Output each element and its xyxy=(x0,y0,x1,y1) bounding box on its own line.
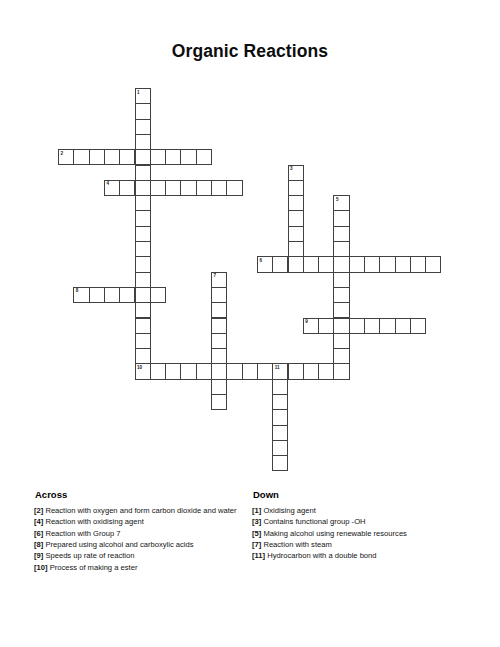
grid-cell[interactable]: 9 xyxy=(303,318,319,334)
grid-cell[interactable] xyxy=(104,149,120,165)
grid-cell[interactable] xyxy=(272,455,288,471)
down-clues-section: Down [1] Oxidising agent[3] Contains fun… xyxy=(252,489,468,562)
grid-cell[interactable] xyxy=(288,180,304,196)
grid-cell[interactable] xyxy=(272,256,288,272)
grid-cell[interactable] xyxy=(135,226,151,242)
grid-cell[interactable] xyxy=(165,180,181,196)
grid-cell[interactable]: 11 xyxy=(272,363,288,379)
grid-cell[interactable] xyxy=(135,119,151,135)
grid-cell[interactable] xyxy=(180,149,196,165)
cell-number: 6 xyxy=(259,258,262,264)
grid-cell[interactable] xyxy=(211,287,227,303)
cell-number: 5 xyxy=(336,197,339,203)
grid-cell[interactable]: 4 xyxy=(104,180,120,196)
grid-cell[interactable] xyxy=(211,180,227,196)
grid-cell[interactable] xyxy=(135,287,151,303)
grid-cell[interactable] xyxy=(272,394,288,410)
grid-cell[interactable] xyxy=(410,256,426,272)
cell-number: 3 xyxy=(290,166,293,172)
grid-cell[interactable]: 3 xyxy=(288,165,304,181)
cell-number: 1 xyxy=(137,90,140,96)
cell-number: 11 xyxy=(275,365,280,371)
cell-number: 2 xyxy=(61,151,64,157)
crossword-page: Organic Reactions 1102345678911 Across [… xyxy=(0,0,500,647)
grid-cell[interactable] xyxy=(89,149,105,165)
grid-cell[interactable] xyxy=(410,318,426,334)
grid-cell[interactable] xyxy=(135,103,151,119)
down-clue-11: [11] Hydrocarbon with a double bond xyxy=(252,550,468,561)
grid-cell[interactable] xyxy=(288,241,304,257)
grid-cell[interactable] xyxy=(135,180,151,196)
grid-cell[interactable] xyxy=(135,210,151,226)
grid-cell[interactable] xyxy=(150,363,166,379)
grid-cell[interactable] xyxy=(349,318,365,334)
grid-cell[interactable] xyxy=(211,363,227,379)
grid-cell[interactable] xyxy=(333,287,349,303)
grid-cell[interactable] xyxy=(333,302,349,318)
cell-number: 9 xyxy=(305,319,308,325)
grid-cell[interactable] xyxy=(333,226,349,242)
grid-cell[interactable] xyxy=(288,195,304,211)
grid-cell[interactable] xyxy=(395,256,411,272)
grid-cell[interactable] xyxy=(379,318,395,334)
grid-cell[interactable] xyxy=(211,302,227,318)
grid-cell[interactable] xyxy=(257,363,273,379)
grid-cell[interactable] xyxy=(196,363,212,379)
grid-cell[interactable] xyxy=(104,287,120,303)
grid-cell[interactable] xyxy=(288,210,304,226)
grid-cell[interactable] xyxy=(211,394,227,410)
grid-cell[interactable] xyxy=(196,180,212,196)
across-clue-6: [6] Reaction with Group 7 xyxy=(34,528,250,539)
grid-cell[interactable] xyxy=(303,256,319,272)
down-clue-1: [1] Oxidising agent xyxy=(252,505,468,516)
grid-cell[interactable] xyxy=(226,180,242,196)
grid-cell[interactable] xyxy=(318,256,334,272)
cell-number: 10 xyxy=(137,365,142,371)
grid-cell[interactable] xyxy=(349,256,365,272)
grid-cell[interactable] xyxy=(119,287,135,303)
grid-cell[interactable] xyxy=(165,363,181,379)
grid-cell[interactable] xyxy=(318,318,334,334)
grid-cell[interactable] xyxy=(333,333,349,349)
grid-cell[interactable] xyxy=(395,318,411,334)
across-clue-list: [2] Reaction with oxygen and form carbon… xyxy=(34,505,250,573)
puzzle-title: Organic Reactions xyxy=(0,41,500,62)
grid-cell[interactable] xyxy=(150,180,166,196)
grid-cell[interactable] xyxy=(135,348,151,364)
grid-cell[interactable]: 5 xyxy=(333,195,349,211)
grid-cell[interactable] xyxy=(180,363,196,379)
grid-cell[interactable] xyxy=(135,256,151,272)
grid-cell[interactable]: 1 xyxy=(135,88,151,104)
cell-number: 4 xyxy=(106,181,109,187)
grid-cell[interactable] xyxy=(333,241,349,257)
grid-cell[interactable] xyxy=(135,333,151,349)
grid-cell[interactable] xyxy=(333,272,349,288)
grid-cell[interactable] xyxy=(211,333,227,349)
grid-cell[interactable] xyxy=(135,165,151,181)
grid-cell[interactable] xyxy=(333,256,349,272)
grid-cell[interactable] xyxy=(211,318,227,334)
grid-cell[interactable] xyxy=(119,149,135,165)
grid-cell[interactable] xyxy=(135,195,151,211)
grid-cell[interactable] xyxy=(272,440,288,456)
grid-cell[interactable] xyxy=(135,149,151,165)
grid-cell[interactable] xyxy=(333,348,349,364)
grid-cell[interactable] xyxy=(226,363,242,379)
grid-cell[interactable] xyxy=(73,149,89,165)
grid-cell[interactable] xyxy=(272,425,288,441)
grid-cell[interactable] xyxy=(425,256,441,272)
grid-cell[interactable]: 2 xyxy=(58,149,74,165)
grid-cell[interactable] xyxy=(242,363,258,379)
grid-cell[interactable] xyxy=(333,318,349,334)
across-clue-4: [4] Reaction with oxidising agent xyxy=(34,516,250,527)
grid-cell[interactable]: 10 xyxy=(135,363,151,379)
crossword-grid: 1102345678911 xyxy=(58,88,442,472)
grid-cell[interactable] xyxy=(333,210,349,226)
grid-cell[interactable] xyxy=(150,149,166,165)
grid-cell[interactable] xyxy=(180,180,196,196)
grid-cell[interactable] xyxy=(364,318,380,334)
down-clue-3: [3] Contains functional group -OH xyxy=(252,516,468,527)
grid-cell[interactable] xyxy=(288,226,304,242)
grid-cell[interactable] xyxy=(379,256,395,272)
across-clue-8: [8] Prepared using alcohol and carboxyli… xyxy=(34,539,250,550)
grid-cell[interactable] xyxy=(119,180,135,196)
grid-cell[interactable]: 7 xyxy=(211,272,227,288)
across-header: Across xyxy=(35,489,250,500)
grid-cell[interactable] xyxy=(150,287,166,303)
grid-cell[interactable] xyxy=(211,348,227,364)
down-clue-7: [7] Reaction with steam xyxy=(252,539,468,550)
across-clues-section: Across [2] Reaction with oxygen and form… xyxy=(34,489,250,573)
cell-number: 7 xyxy=(214,273,217,279)
down-header: Down xyxy=(253,489,468,500)
grid-cell[interactable]: 6 xyxy=(257,256,273,272)
grid-cell[interactable] xyxy=(333,363,349,379)
grid-cell[interactable] xyxy=(135,241,151,257)
grid-cell[interactable] xyxy=(196,149,212,165)
across-clue-10: [10] Process of making a ester xyxy=(34,562,250,573)
grid-cell[interactable] xyxy=(288,363,304,379)
grid-cell[interactable] xyxy=(135,302,151,318)
grid-cell[interactable] xyxy=(135,272,151,288)
across-clue-9: [9] Speeds up rate of reaction xyxy=(34,550,250,561)
grid-cell[interactable] xyxy=(288,256,304,272)
grid-cell[interactable] xyxy=(303,363,319,379)
grid-cell[interactable] xyxy=(272,379,288,395)
grid-cell[interactable] xyxy=(318,363,334,379)
down-clue-list: [1] Oxidising agent[3] Contains function… xyxy=(252,505,468,562)
grid-cell[interactable] xyxy=(364,256,380,272)
grid-cell[interactable] xyxy=(89,287,105,303)
grid-cell[interactable] xyxy=(135,134,151,150)
grid-cell[interactable] xyxy=(135,318,151,334)
across-clue-2: [2] Reaction with oxygen and form carbon… xyxy=(34,505,250,516)
grid-cell[interactable] xyxy=(165,149,181,165)
grid-cell[interactable]: 8 xyxy=(73,287,89,303)
grid-cell[interactable] xyxy=(272,409,288,425)
down-clue-5: [5] Making alcohol using renewable resou… xyxy=(252,528,468,539)
cell-number: 8 xyxy=(76,288,79,294)
grid-cell[interactable] xyxy=(211,379,227,395)
